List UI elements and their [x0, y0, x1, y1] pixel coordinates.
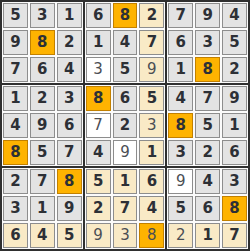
cell-r7c8[interactable]: 4 [195, 169, 220, 194]
cell-r8c5[interactable]: 7 [113, 196, 138, 221]
cell-r1c6[interactable]: 2 [139, 3, 164, 28]
box-5: 865723491 [85, 85, 166, 166]
cell-r1c9[interactable]: 4 [222, 3, 247, 28]
cell-r1c7[interactable]: 7 [168, 3, 193, 28]
cell-r4c1[interactable]: 1 [3, 86, 28, 111]
cell-r9c4[interactable]: 9 [86, 223, 111, 248]
cell-r3c2[interactable]: 6 [30, 57, 55, 82]
cell-r6c8[interactable]: 2 [195, 140, 220, 165]
cell-r1c8[interactable]: 9 [195, 3, 220, 28]
cell-r4c6[interactable]: 5 [139, 86, 164, 111]
cell-r2c7[interactable]: 6 [168, 30, 193, 55]
cell-r2c3[interactable]: 2 [57, 30, 82, 55]
cell-r6c4[interactable]: 4 [86, 140, 111, 165]
cell-r2c5[interactable]: 4 [113, 30, 138, 55]
cell-r5c3[interactable]: 6 [57, 113, 82, 138]
cell-r1c2[interactable]: 3 [30, 3, 55, 28]
cell-r3c7[interactable]: 1 [168, 57, 193, 82]
cell-r3c8[interactable]: 8 [195, 57, 220, 82]
box-9: 943568217 [167, 168, 248, 249]
cell-r2c9[interactable]: 5 [222, 30, 247, 55]
cell-r9c8[interactable]: 1 [195, 223, 220, 248]
box-1: 531982764 [2, 2, 83, 83]
cell-r7c2[interactable]: 7 [30, 169, 55, 194]
cell-r6c3[interactable]: 7 [57, 140, 82, 165]
cell-r9c5[interactable]: 3 [113, 223, 138, 248]
cell-r7c5[interactable]: 1 [113, 169, 138, 194]
cell-r4c5[interactable]: 6 [113, 86, 138, 111]
cell-r7c1[interactable]: 2 [3, 169, 28, 194]
cell-r6c7[interactable]: 3 [168, 140, 193, 165]
cell-r8c9[interactable]: 8 [222, 196, 247, 221]
cell-r2c2[interactable]: 8 [30, 30, 55, 55]
cell-r7c6[interactable]: 6 [139, 169, 164, 194]
cell-r7c4[interactable]: 5 [86, 169, 111, 194]
cell-r2c6[interactable]: 7 [139, 30, 164, 55]
cell-r7c9[interactable]: 3 [222, 169, 247, 194]
cell-r8c4[interactable]: 2 [86, 196, 111, 221]
cell-r5c8[interactable]: 5 [195, 113, 220, 138]
cell-r4c8[interactable]: 7 [195, 86, 220, 111]
box-8: 516274938 [85, 168, 166, 249]
cell-r2c8[interactable]: 3 [195, 30, 220, 55]
cell-r9c1[interactable]: 6 [3, 223, 28, 248]
cell-r6c2[interactable]: 5 [30, 140, 55, 165]
cell-r3c3[interactable]: 4 [57, 57, 82, 82]
cell-r3c6[interactable]: 9 [139, 57, 164, 82]
cell-r8c7[interactable]: 5 [168, 196, 193, 221]
cell-r4c4[interactable]: 8 [86, 86, 111, 111]
box-3: 794635182 [167, 2, 248, 83]
cell-r4c7[interactable]: 4 [168, 86, 193, 111]
cell-r5c7[interactable]: 8 [168, 113, 193, 138]
cell-r7c7[interactable]: 9 [168, 169, 193, 194]
cell-r6c6[interactable]: 1 [139, 140, 164, 165]
cell-r3c9[interactable]: 2 [222, 57, 247, 82]
cell-r3c4[interactable]: 3 [86, 57, 111, 82]
cell-r4c2[interactable]: 2 [30, 86, 55, 111]
cell-r8c6[interactable]: 4 [139, 196, 164, 221]
cell-r5c9[interactable]: 1 [222, 113, 247, 138]
cell-r1c3[interactable]: 1 [57, 3, 82, 28]
cell-r8c1[interactable]: 3 [3, 196, 28, 221]
cell-r8c8[interactable]: 6 [195, 196, 220, 221]
cell-r5c4[interactable]: 7 [86, 113, 111, 138]
cell-r7c3[interactable]: 8 [57, 169, 82, 194]
cell-r1c4[interactable]: 6 [86, 3, 111, 28]
box-4: 123496857 [2, 85, 83, 166]
cell-r2c4[interactable]: 1 [86, 30, 111, 55]
box-7: 278319645 [2, 168, 83, 249]
cell-r5c5[interactable]: 2 [113, 113, 138, 138]
cell-r6c1[interactable]: 8 [3, 140, 28, 165]
cell-r9c9[interactable]: 7 [222, 223, 247, 248]
cell-r5c2[interactable]: 9 [30, 113, 55, 138]
cell-r9c6[interactable]: 8 [139, 223, 164, 248]
cell-r9c3[interactable]: 5 [57, 223, 82, 248]
cell-r8c3[interactable]: 9 [57, 196, 82, 221]
cell-r2c1[interactable]: 9 [3, 30, 28, 55]
cell-r6c5[interactable]: 9 [113, 140, 138, 165]
cell-r9c7[interactable]: 2 [168, 223, 193, 248]
cell-r4c3[interactable]: 3 [57, 86, 82, 111]
box-6: 479851326 [167, 85, 248, 166]
cell-r6c9[interactable]: 6 [222, 140, 247, 165]
cell-r4c9[interactable]: 9 [222, 86, 247, 111]
sudoku-board: 5319827646821473597946351821234968578657… [0, 0, 250, 251]
cell-r5c6[interactable]: 3 [139, 113, 164, 138]
box-2: 682147359 [85, 2, 166, 83]
cell-r1c1[interactable]: 5 [3, 3, 28, 28]
cell-r3c5[interactable]: 5 [113, 57, 138, 82]
cell-r3c1[interactable]: 7 [3, 57, 28, 82]
cell-r1c5[interactable]: 8 [113, 3, 138, 28]
cell-r9c2[interactable]: 4 [30, 223, 55, 248]
cell-r8c2[interactable]: 1 [30, 196, 55, 221]
cell-r5c1[interactable]: 4 [3, 113, 28, 138]
